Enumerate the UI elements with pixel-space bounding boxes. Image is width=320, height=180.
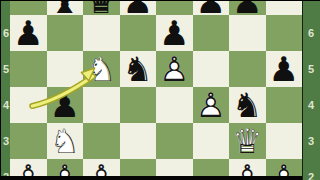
square-d4[interactable] [120,87,157,123]
black-piece-glyph: ♟ [156,15,193,51]
square-d6[interactable] [120,15,157,51]
rank-label-5: 5 [3,64,9,75]
rank-label-6: 6 [308,28,314,39]
white-piece-outline: ♙ [10,159,47,176]
square-h2[interactable]: ♟♙ [266,159,303,176]
square-b6[interactable] [47,15,84,51]
square-g5[interactable] [229,51,266,87]
rank-label-6: 6 [3,28,9,39]
black-pawn[interactable]: ♟ [229,1,266,15]
rank-labels-right: 765432 [302,1,320,180]
black-pawn[interactable]: ♟ [266,51,303,87]
white-piece-outline: ♙ [156,51,193,87]
square-g6[interactable] [229,15,266,51]
square-b4[interactable]: ♟ [47,87,84,123]
black-pawn[interactable]: ♟ [193,1,230,15]
black-knight[interactable]: ♞ [229,87,266,123]
bottom-crop-bar [0,176,302,180]
square-f3[interactable] [193,123,230,159]
square-e2[interactable] [156,159,193,176]
white-pawn[interactable]: ♟♙ [47,159,84,176]
black-piece-glyph: ♟ [229,1,266,15]
square-f7[interactable]: ♟ [193,1,230,15]
rank-label-4: 4 [308,100,314,111]
square-d2[interactable] [120,159,157,176]
square-f6[interactable] [193,15,230,51]
black-piece-glyph: ♟ [266,51,303,87]
black-piece-glyph: ♟ [193,1,230,15]
square-h5[interactable]: ♟ [266,51,303,87]
white-piece-outline: ♘ [83,51,120,87]
square-d7[interactable]: ♟ [120,1,157,15]
rank-label-3: 3 [308,136,314,147]
black-piece-glyph: ♟ [10,15,47,51]
white-piece-outline: ♙ [229,159,266,176]
square-g2[interactable]: ♟♙ [229,159,266,176]
square-c4[interactable] [83,87,120,123]
rank-label-5: 5 [308,64,314,75]
rank-label-7: 7 [3,1,9,3]
white-pawn[interactable]: ♟♙ [83,159,120,176]
square-h7[interactable] [266,1,303,15]
square-f5[interactable] [193,51,230,87]
square-e4[interactable] [156,87,193,123]
white-pawn[interactable]: ♟♙ [266,159,303,176]
chess-board[interactable]: ♝♛♟♟♟♟♟♞♘♞♟♙♟♟♟♙♞♞♘♛♕♟♙♟♙♟♙♟♙♟♙ [10,1,302,176]
black-pawn[interactable]: ♟ [156,15,193,51]
square-c5[interactable]: ♞♘ [83,51,120,87]
black-piece-glyph: ♞ [120,51,157,87]
black-piece-glyph: ♝ [47,1,84,15]
white-piece-outline: ♙ [47,159,84,176]
white-pawn[interactable]: ♟♙ [229,159,266,176]
square-a5[interactable] [10,51,47,87]
white-piece-outline: ♕ [229,123,266,159]
black-pawn[interactable]: ♟ [120,1,157,15]
black-piece-glyph: ♟ [120,1,157,15]
chessboard-screenshot: 765432 ♝♛♟♟♟♟♟♞♘♞♟♙♟♟♟♙♞♞♘♛♕♟♙♟♙♟♙♟♙♟♙ 7… [0,0,320,180]
square-e3[interactable] [156,123,193,159]
white-knight[interactable]: ♞♘ [47,123,84,159]
square-f4[interactable]: ♟♙ [193,87,230,123]
white-pawn[interactable]: ♟♙ [156,51,193,87]
black-queen[interactable]: ♛ [83,1,120,15]
square-g7[interactable]: ♟ [229,1,266,15]
black-pawn[interactable]: ♟ [10,15,47,51]
white-pawn[interactable]: ♟♙ [193,87,230,123]
square-g4[interactable]: ♞ [229,87,266,123]
square-c6[interactable] [83,15,120,51]
square-a7[interactable] [10,1,47,15]
white-piece-outline: ♙ [266,159,303,176]
black-piece-glyph: ♛ [83,1,120,15]
black-bishop[interactable]: ♝ [47,1,84,15]
rank-label-4: 4 [3,100,9,111]
white-knight[interactable]: ♞♘ [83,51,120,87]
square-h3[interactable] [266,123,303,159]
white-piece-outline: ♙ [83,159,120,176]
rank-label-2: 2 [308,172,314,180]
square-e7[interactable] [156,1,193,15]
square-b2[interactable]: ♟♙ [47,159,84,176]
white-pawn[interactable]: ♟♙ [10,159,47,176]
square-a6[interactable]: ♟ [10,15,47,51]
square-a3[interactable] [10,123,47,159]
rank-label-3: 3 [3,136,9,147]
square-h6[interactable] [266,15,303,51]
square-b3[interactable]: ♞♘ [47,123,84,159]
black-piece-glyph: ♞ [229,87,266,123]
square-d5[interactable]: ♞ [120,51,157,87]
white-piece-outline: ♙ [193,87,230,123]
square-b5[interactable] [47,51,84,87]
square-f2[interactable] [193,159,230,176]
square-c2[interactable]: ♟♙ [83,159,120,176]
square-a2[interactable]: ♟♙ [10,159,47,176]
square-e6[interactable]: ♟ [156,15,193,51]
black-knight[interactable]: ♞ [120,51,157,87]
black-piece-glyph: ♟ [47,87,84,123]
square-b7[interactable]: ♝ [47,1,84,15]
square-d3[interactable] [120,123,157,159]
square-h4[interactable] [266,87,303,123]
square-c7[interactable]: ♛ [83,1,120,15]
white-queen[interactable]: ♛♕ [229,123,266,159]
square-c3[interactable] [83,123,120,159]
square-e5[interactable]: ♟♙ [156,51,193,87]
square-a4[interactable] [10,87,47,123]
rank-label-7: 7 [308,1,314,3]
black-pawn[interactable]: ♟ [47,87,84,123]
white-piece-outline: ♘ [47,123,84,159]
square-g3[interactable]: ♛♕ [229,123,266,159]
